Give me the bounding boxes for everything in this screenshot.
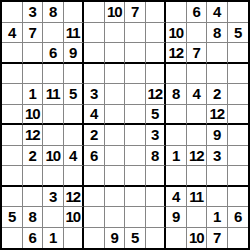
cell-r8c6[interactable]	[105, 146, 126, 167]
cell-r5c8[interactable]: 12	[146, 84, 167, 105]
cell-r4c4[interactable]	[64, 64, 85, 85]
cell-r12c3[interactable]: 1	[43, 228, 64, 249]
cell-r6c9[interactable]	[166, 105, 187, 126]
cell-r1c11[interactable]: 4	[207, 2, 228, 23]
cell-r7c7[interactable]	[125, 125, 146, 146]
cell-r8c8[interactable]: 8	[146, 146, 167, 167]
cell-r8c11[interactable]: 3	[207, 146, 228, 167]
cell-r1c8[interactable]	[146, 2, 167, 23]
cell-r11c2[interactable]: 8	[23, 207, 44, 228]
cell-r12c2[interactable]: 6	[23, 228, 44, 249]
cell-r10c5[interactable]	[84, 187, 105, 208]
cell-r5c5[interactable]: 3	[84, 84, 105, 105]
cell-r5c3[interactable]: 11	[43, 84, 64, 105]
cell-r12c12[interactable]	[228, 228, 249, 249]
sudoku-board: 3810764471110856912711153128421045121223…	[0, 0, 250, 250]
cell-r3c9[interactable]: 12	[166, 43, 187, 64]
cell-r4c11[interactable]	[207, 64, 228, 85]
cell-r3c4[interactable]: 9	[64, 43, 85, 64]
cell-r10c9[interactable]: 4	[166, 187, 187, 208]
cell-r2c5[interactable]	[84, 23, 105, 44]
cell-r6c7[interactable]	[125, 105, 146, 126]
cell-r10c10[interactable]: 11	[187, 187, 208, 208]
cell-r6c2[interactable]: 10	[23, 105, 44, 126]
cell-r8c3[interactable]: 10	[43, 146, 64, 167]
cell-r6c10[interactable]	[187, 105, 208, 126]
cell-r1c2[interactable]: 3	[23, 2, 44, 23]
cell-r1c9[interactable]	[166, 2, 187, 23]
cell-r5c6[interactable]	[105, 84, 126, 105]
cell-r7c10[interactable]	[187, 125, 208, 146]
cell-r1c12[interactable]	[228, 2, 249, 23]
cell-r12c7[interactable]: 5	[125, 228, 146, 249]
cell-r5c2[interactable]: 1	[23, 84, 44, 105]
cell-r3c3[interactable]: 6	[43, 43, 64, 64]
cell-r2c1[interactable]: 4	[2, 23, 23, 44]
cell-r10c11[interactable]	[207, 187, 228, 208]
cell-r9c4[interactable]	[64, 166, 85, 187]
cell-r8c9[interactable]: 1	[166, 146, 187, 167]
cell-r3c7[interactable]	[125, 43, 146, 64]
cell-r11c12[interactable]: 6	[228, 207, 249, 228]
cell-r10c12[interactable]	[228, 187, 249, 208]
cell-r7c9[interactable]	[166, 125, 187, 146]
cell-r6c1[interactable]	[2, 105, 23, 126]
cell-r9c10[interactable]	[187, 166, 208, 187]
cell-r2c11[interactable]: 8	[207, 23, 228, 44]
cell-r9c6[interactable]	[105, 166, 126, 187]
cell-r10c6[interactable]	[105, 187, 126, 208]
cell-r6c5[interactable]: 4	[84, 105, 105, 126]
cell-r4c10[interactable]	[187, 64, 208, 85]
cell-r5c1[interactable]	[2, 84, 23, 105]
cell-r7c5[interactable]: 2	[84, 125, 105, 146]
cell-r2c12[interactable]: 5	[228, 23, 249, 44]
cell-r9c2[interactable]	[23, 166, 44, 187]
cell-r6c6[interactable]	[105, 105, 126, 126]
cell-r11c7[interactable]	[125, 207, 146, 228]
cell-r1c10[interactable]: 6	[187, 2, 208, 23]
cell-r3c2[interactable]	[23, 43, 44, 64]
cell-r2c9[interactable]: 10	[166, 23, 187, 44]
cell-r8c10[interactable]: 12	[187, 146, 208, 167]
cell-r1c1[interactable]	[2, 2, 23, 23]
cell-r2c7[interactable]	[125, 23, 146, 44]
cell-r5c7[interactable]	[125, 84, 146, 105]
cell-r7c2[interactable]: 12	[23, 125, 44, 146]
cell-r7c8[interactable]: 3	[146, 125, 167, 146]
cell-r11c8[interactable]	[146, 207, 167, 228]
cell-r4c6[interactable]	[105, 64, 126, 85]
cell-r7c11[interactable]: 9	[207, 125, 228, 146]
cell-r11c9[interactable]: 9	[166, 207, 187, 228]
cell-r2c6[interactable]	[105, 23, 126, 44]
cell-r4c1[interactable]	[2, 64, 23, 85]
cell-r11c10[interactable]	[187, 207, 208, 228]
cell-r1c7[interactable]: 7	[125, 2, 146, 23]
cell-r3c11[interactable]	[207, 43, 228, 64]
cell-r2c3[interactable]	[43, 23, 64, 44]
cell-r5c4[interactable]: 5	[64, 84, 85, 105]
cell-r4c7[interactable]	[125, 64, 146, 85]
cell-r7c4[interactable]	[64, 125, 85, 146]
cell-r12c4[interactable]	[64, 228, 85, 249]
cell-r3c12[interactable]	[228, 43, 249, 64]
cell-r5c10[interactable]: 4	[187, 84, 208, 105]
cell-r6c12[interactable]	[228, 105, 249, 126]
cell-r12c6[interactable]: 9	[105, 228, 126, 249]
cell-r11c4[interactable]: 10	[64, 207, 85, 228]
cell-r12c5[interactable]	[84, 228, 105, 249]
cell-r5c9[interactable]: 8	[166, 84, 187, 105]
cell-r2c4[interactable]: 11	[64, 23, 85, 44]
cell-r10c4[interactable]: 12	[64, 187, 85, 208]
cell-r1c3[interactable]: 8	[43, 2, 64, 23]
cell-r6c8[interactable]: 5	[146, 105, 167, 126]
cell-r7c3[interactable]	[43, 125, 64, 146]
cell-r10c3[interactable]: 3	[43, 187, 64, 208]
cell-r7c12[interactable]	[228, 125, 249, 146]
cell-r9c1[interactable]	[2, 166, 23, 187]
cell-r9c11[interactable]	[207, 166, 228, 187]
cell-r12c10[interactable]: 10	[187, 228, 208, 249]
cell-r3c5[interactable]	[84, 43, 105, 64]
cell-r2c2[interactable]: 7	[23, 23, 44, 44]
cell-r8c4[interactable]: 4	[64, 146, 85, 167]
cell-r9c12[interactable]	[228, 166, 249, 187]
cell-r8c1[interactable]	[2, 146, 23, 167]
cell-r11c1[interactable]: 5	[2, 207, 23, 228]
cell-r4c3[interactable]	[43, 64, 64, 85]
cell-r9c3[interactable]	[43, 166, 64, 187]
cell-r12c1[interactable]	[2, 228, 23, 249]
cell-r6c11[interactable]: 12	[207, 105, 228, 126]
cell-r10c2[interactable]	[23, 187, 44, 208]
cell-r4c12[interactable]	[228, 64, 249, 85]
cell-r1c4[interactable]	[64, 2, 85, 23]
cell-r2c10[interactable]	[187, 23, 208, 44]
cell-r1c5[interactable]	[84, 2, 105, 23]
cell-r11c5[interactable]	[84, 207, 105, 228]
cell-r9c7[interactable]	[125, 166, 146, 187]
cell-r8c5[interactable]: 6	[84, 146, 105, 167]
cell-r10c1[interactable]	[2, 187, 23, 208]
cell-r3c8[interactable]	[146, 43, 167, 64]
cell-r3c1[interactable]	[2, 43, 23, 64]
cell-r3c6[interactable]	[105, 43, 126, 64]
cell-r4c2[interactable]	[23, 64, 44, 85]
cell-r2c8[interactable]	[146, 23, 167, 44]
cell-r12c11[interactable]: 7	[207, 228, 228, 249]
cell-r7c1[interactable]	[2, 125, 23, 146]
cell-r6c4[interactable]	[64, 105, 85, 126]
cell-r5c12[interactable]	[228, 84, 249, 105]
cell-r7c6[interactable]	[105, 125, 126, 146]
cell-r5c11[interactable]: 2	[207, 84, 228, 105]
cell-r10c8[interactable]	[146, 187, 167, 208]
cell-r1c6[interactable]: 10	[105, 2, 126, 23]
cell-r8c12[interactable]	[228, 146, 249, 167]
cell-r6c3[interactable]	[43, 105, 64, 126]
cell-r8c2[interactable]: 2	[23, 146, 44, 167]
cell-r11c11[interactable]: 1	[207, 207, 228, 228]
cell-r4c9[interactable]	[166, 64, 187, 85]
cell-r9c5[interactable]	[84, 166, 105, 187]
cell-r4c8[interactable]	[146, 64, 167, 85]
cell-r8c7[interactable]	[125, 146, 146, 167]
cell-r12c9[interactable]	[166, 228, 187, 249]
cell-r4c5[interactable]	[84, 64, 105, 85]
cell-r11c6[interactable]	[105, 207, 126, 228]
cell-r11c3[interactable]	[43, 207, 64, 228]
cell-r10c7[interactable]	[125, 187, 146, 208]
cell-r3c10[interactable]: 7	[187, 43, 208, 64]
cell-r12c8[interactable]	[146, 228, 167, 249]
cell-r9c8[interactable]	[146, 166, 167, 187]
cell-r9c9[interactable]	[166, 166, 187, 187]
